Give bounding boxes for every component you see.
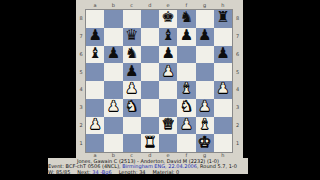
piece-white-bishop-f4[interactable]: ♝: [180, 81, 193, 96]
square-f2[interactable]: ♟: [177, 117, 195, 135]
square-a3[interactable]: [86, 99, 104, 117]
file-label-e: e: [159, 153, 177, 158]
square-g5[interactable]: [196, 63, 214, 81]
square-f4[interactable]: ♝: [177, 81, 195, 99]
square-h6[interactable]: ♟: [214, 46, 232, 64]
info-segment: Material: 0: [153, 170, 180, 175]
piece-black-pawn-g7[interactable]: ♟: [198, 28, 211, 43]
square-b1[interactable]: [104, 134, 122, 152]
square-a8[interactable]: [86, 10, 104, 28]
file-label-f: f: [177, 153, 195, 158]
file-label-g: g: [196, 3, 214, 8]
file-label-f: f: [177, 3, 195, 8]
square-g3[interactable]: ♟: [196, 99, 214, 117]
info-segment: Event: BCF-chT 0506 (4NCL),: [48, 164, 122, 169]
square-f8[interactable]: ♞: [177, 10, 195, 28]
square-c2[interactable]: [123, 117, 141, 135]
info-segment: Next:: [77, 170, 92, 175]
file-label-a: a: [86, 153, 104, 158]
square-f5[interactable]: [177, 63, 195, 81]
square-h8[interactable]: ♜: [214, 10, 232, 28]
piece-white-king-g1[interactable]: ♚: [198, 135, 211, 150]
video-frame: abcdefgh 87654321 ♚♞♜♟♛♝♟♟♝♟♞♟♟♟♟♟♝♟♟♞♞♟…: [0, 0, 320, 180]
square-h5[interactable]: [214, 63, 232, 81]
square-b8[interactable]: [104, 10, 122, 28]
piece-white-pawn-c4[interactable]: ♟: [125, 81, 138, 96]
file-label-g: g: [196, 153, 214, 158]
square-d1[interactable]: ♜: [141, 134, 159, 152]
square-h3[interactable]: [214, 99, 232, 117]
piece-white-knight-c3[interactable]: ♞: [125, 99, 138, 114]
piece-white-knight-f3[interactable]: ♞: [180, 99, 193, 114]
piece-black-pawn-h6[interactable]: ♟: [216, 46, 229, 61]
file-label-d: d: [141, 3, 159, 8]
file-label-c: c: [123, 3, 141, 8]
chess-board: ♚♞♜♟♛♝♟♟♝♟♞♟♟♟♟♟♝♟♟♞♞♟♟♛♟♝♜♚: [86, 10, 232, 152]
square-e8[interactable]: ♚: [159, 10, 177, 28]
square-b6[interactable]: ♟: [104, 46, 122, 64]
rank-label-5: 5: [232, 70, 243, 75]
rank-label-7: 7: [76, 34, 86, 39]
square-c1[interactable]: [123, 134, 141, 152]
piece-black-bishop-a6[interactable]: ♝: [88, 46, 101, 61]
rank-label-4: 4: [76, 87, 86, 92]
square-g4[interactable]: [196, 81, 214, 99]
file-label-b: b: [104, 3, 122, 8]
piece-black-queen-c7[interactable]: ♛: [125, 28, 138, 43]
square-e2[interactable]: ♛: [159, 117, 177, 135]
rank-labels-right: 87654321: [232, 10, 243, 152]
square-a7[interactable]: ♟: [86, 28, 104, 46]
piece-black-knight-c6[interactable]: ♞: [125, 46, 138, 61]
square-g2[interactable]: ♝: [196, 117, 214, 135]
piece-black-pawn-a7[interactable]: ♟: [88, 28, 101, 43]
square-g7[interactable]: ♟: [196, 28, 214, 46]
square-a6[interactable]: ♝: [86, 46, 104, 64]
piece-white-bishop-g2[interactable]: ♝: [198, 117, 211, 132]
square-c8[interactable]: [123, 10, 141, 28]
rank-label-5: 5: [76, 70, 86, 75]
file-label-h: h: [214, 3, 232, 8]
square-d4[interactable]: [141, 81, 159, 99]
square-c3[interactable]: ♞: [123, 99, 141, 117]
square-a5[interactable]: [86, 63, 104, 81]
square-d7[interactable]: [141, 28, 159, 46]
piece-white-rook-d1[interactable]: ♜: [143, 135, 156, 150]
square-a1[interactable]: [86, 134, 104, 152]
piece-black-knight-f8[interactable]: ♞: [180, 10, 193, 25]
info-segment: , Round 5.7, 1-0: [197, 164, 237, 169]
info-segment: Birmingham ENG, 22.04.2006: [122, 164, 197, 169]
piece-black-bishop-e7[interactable]: ♝: [161, 28, 174, 43]
square-b4[interactable]: [104, 81, 122, 99]
info-segment: W: 85/85: [48, 170, 70, 175]
square-f7[interactable]: ♟: [177, 28, 195, 46]
file-label-b: b: [104, 153, 122, 158]
piece-white-pawn-f2[interactable]: ♟: [180, 117, 193, 132]
square-e4[interactable]: [159, 81, 177, 99]
game-info-panel: Jones, Gawain C (2513) - Anderton, David…: [48, 158, 248, 174]
square-f1[interactable]: [177, 134, 195, 152]
piece-black-pawn-b6[interactable]: ♟: [107, 46, 120, 61]
square-e7[interactable]: ♝: [159, 28, 177, 46]
piece-white-pawn-h4[interactable]: ♟: [216, 81, 229, 96]
rank-label-1: 1: [76, 141, 86, 146]
square-a2[interactable]: ♟: [86, 117, 104, 135]
file-label-e: e: [159, 3, 177, 8]
file-labels-top: abcdefgh: [76, 0, 243, 10]
rank-labels-left: 87654321: [76, 10, 86, 152]
square-d8[interactable]: [141, 10, 159, 28]
square-e6[interactable]: ♟: [159, 46, 177, 64]
square-e3[interactable]: [159, 99, 177, 117]
square-d5[interactable]: [141, 63, 159, 81]
chess-viewer-window: abcdefgh 87654321 ♚♞♜♟♛♝♟♟♝♟♞♟♟♟♟♟♝♟♟♞♞♟…: [76, 0, 243, 158]
rank-label-8: 8: [232, 16, 243, 21]
rank-label-3: 3: [76, 105, 86, 110]
square-d6[interactable]: [141, 46, 159, 64]
square-h1[interactable]: [214, 134, 232, 152]
rank-label-4: 4: [232, 87, 243, 92]
piece-black-king-e8[interactable]: ♚: [161, 10, 174, 25]
square-b5[interactable]: [104, 63, 122, 81]
file-label-a: a: [86, 3, 104, 8]
status-line: W: 85/85Next: 34 -Bg6Length: 34Material:…: [48, 170, 248, 175]
file-label-h: h: [214, 153, 232, 158]
square-f3[interactable]: ♞: [177, 99, 195, 117]
rank-label-6: 6: [232, 52, 243, 57]
square-h4[interactable]: ♟: [214, 81, 232, 99]
square-g6[interactable]: [196, 46, 214, 64]
square-h7[interactable]: [214, 28, 232, 46]
square-c4[interactable]: ♟: [123, 81, 141, 99]
piece-white-queen-e2[interactable]: ♛: [161, 117, 174, 132]
square-g1[interactable]: ♚: [196, 134, 214, 152]
piece-black-rook-h8[interactable]: ♜: [216, 10, 229, 25]
info-segment: Length: 34: [119, 170, 146, 175]
piece-white-pawn-b3[interactable]: ♟: [107, 99, 120, 114]
piece-white-pawn-e5[interactable]: ♟: [161, 64, 174, 79]
square-b3[interactable]: ♟: [104, 99, 122, 117]
info-segment: 34 -Bg6: [92, 170, 111, 175]
file-label-c: c: [123, 153, 141, 158]
piece-black-pawn-c5[interactable]: ♟: [125, 64, 138, 79]
rank-label-2: 2: [76, 123, 86, 128]
rank-label-3: 3: [232, 105, 243, 110]
rank-label-8: 8: [76, 16, 86, 21]
square-b7[interactable]: [104, 28, 122, 46]
rank-label-1: 1: [232, 141, 243, 146]
piece-white-pawn-a2[interactable]: ♟: [88, 117, 101, 132]
square-f6[interactable]: [177, 46, 195, 64]
square-c7[interactable]: ♛: [123, 28, 141, 46]
square-h2[interactable]: [214, 117, 232, 135]
square-e1[interactable]: [159, 134, 177, 152]
square-c6[interactable]: ♞: [123, 46, 141, 64]
rank-label-6: 6: [76, 52, 86, 57]
piece-black-pawn-f7[interactable]: ♟: [180, 28, 193, 43]
rank-label-7: 7: [232, 34, 243, 39]
square-g8[interactable]: [196, 10, 214, 28]
square-b2[interactable]: [104, 117, 122, 135]
square-d3[interactable]: [141, 99, 159, 117]
file-label-d: d: [141, 153, 159, 158]
square-e5[interactable]: ♟: [159, 63, 177, 81]
rank-label-2: 2: [232, 123, 243, 128]
square-d2[interactable]: [141, 117, 159, 135]
square-c5[interactable]: ♟: [123, 63, 141, 81]
piece-black-pawn-e6[interactable]: ♟: [161, 46, 174, 61]
square-a4[interactable]: [86, 81, 104, 99]
piece-white-pawn-g3[interactable]: ♟: [198, 99, 211, 114]
